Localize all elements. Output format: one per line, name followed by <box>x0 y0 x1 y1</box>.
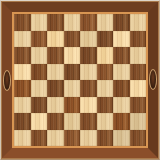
square-f7[interactable] <box>97 31 114 48</box>
square-g6[interactable] <box>113 47 130 64</box>
chess-board <box>0 0 160 160</box>
square-c1[interactable] <box>47 130 64 147</box>
left-handle <box>3 70 11 91</box>
square-g2[interactable] <box>113 113 130 130</box>
square-c5[interactable] <box>47 64 64 81</box>
square-e7[interactable] <box>80 31 97 48</box>
inlay-trim <box>12 12 148 148</box>
square-e2[interactable] <box>80 113 97 130</box>
square-f3[interactable] <box>97 97 114 114</box>
square-h3[interactable] <box>130 97 147 114</box>
board-frame <box>2 2 158 158</box>
square-g5[interactable] <box>113 64 130 81</box>
square-f2[interactable] <box>97 113 114 130</box>
board-grid[interactable] <box>14 14 146 146</box>
square-a4[interactable] <box>14 80 31 97</box>
square-d7[interactable] <box>64 31 81 48</box>
square-g7[interactable] <box>113 31 130 48</box>
square-d1[interactable] <box>64 130 81 147</box>
square-h5[interactable] <box>130 64 147 81</box>
square-g1[interactable] <box>113 130 130 147</box>
square-c4[interactable] <box>47 80 64 97</box>
square-b1[interactable] <box>31 130 48 147</box>
square-a3[interactable] <box>14 97 31 114</box>
square-a1[interactable] <box>14 130 31 147</box>
square-a8[interactable] <box>14 14 31 31</box>
square-b2[interactable] <box>31 113 48 130</box>
square-b8[interactable] <box>31 14 48 31</box>
square-g8[interactable] <box>113 14 130 31</box>
square-a6[interactable] <box>14 47 31 64</box>
square-a2[interactable] <box>14 113 31 130</box>
square-a7[interactable] <box>14 31 31 48</box>
square-d6[interactable] <box>64 47 81 64</box>
square-b6[interactable] <box>31 47 48 64</box>
square-d8[interactable] <box>64 14 81 31</box>
square-b5[interactable] <box>31 64 48 81</box>
square-d2[interactable] <box>64 113 81 130</box>
right-handle <box>149 69 157 90</box>
frame-bevel <box>1 1 159 159</box>
square-c6[interactable] <box>47 47 64 64</box>
square-h2[interactable] <box>130 113 147 130</box>
square-e3[interactable] <box>80 97 97 114</box>
square-d4[interactable] <box>64 80 81 97</box>
square-f5[interactable] <box>97 64 114 81</box>
square-c8[interactable] <box>47 14 64 31</box>
square-h1[interactable] <box>130 130 147 147</box>
square-f4[interactable] <box>97 80 114 97</box>
square-c3[interactable] <box>47 97 64 114</box>
square-b7[interactable] <box>31 31 48 48</box>
square-a5[interactable] <box>14 64 31 81</box>
square-f6[interactable] <box>97 47 114 64</box>
square-e8[interactable] <box>80 14 97 31</box>
square-e1[interactable] <box>80 130 97 147</box>
square-g4[interactable] <box>113 80 130 97</box>
square-d5[interactable] <box>64 64 81 81</box>
square-h8[interactable] <box>130 14 147 31</box>
square-g3[interactable] <box>113 97 130 114</box>
square-e6[interactable] <box>80 47 97 64</box>
square-d3[interactable] <box>64 97 81 114</box>
square-c7[interactable] <box>47 31 64 48</box>
square-b4[interactable] <box>31 80 48 97</box>
square-e5[interactable] <box>80 64 97 81</box>
square-h7[interactable] <box>130 31 147 48</box>
square-h4[interactable] <box>130 80 147 97</box>
square-f1[interactable] <box>97 130 114 147</box>
square-c2[interactable] <box>47 113 64 130</box>
square-h6[interactable] <box>130 47 147 64</box>
square-b3[interactable] <box>31 97 48 114</box>
square-e4[interactable] <box>80 80 97 97</box>
square-f8[interactable] <box>97 14 114 31</box>
